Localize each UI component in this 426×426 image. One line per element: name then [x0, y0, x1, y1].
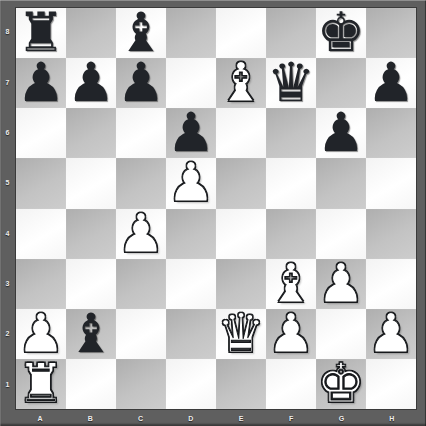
file-label-f: F	[266, 413, 316, 424]
square-f6[interactable]	[266, 108, 316, 158]
white-pawn[interactable]: ♟	[117, 209, 165, 259]
file-label-c: C	[116, 413, 166, 424]
white-rook[interactable]: ♜	[17, 359, 65, 409]
black-pawn[interactable]: ♟	[17, 58, 65, 108]
white-pawn[interactable]: ♟	[167, 158, 215, 208]
black-pawn[interactable]: ♟	[117, 58, 165, 108]
square-a1[interactable]: ♜	[16, 359, 66, 409]
square-d5[interactable]: ♟	[166, 158, 216, 208]
square-c3[interactable]	[116, 259, 166, 309]
square-a7[interactable]: ♟	[16, 58, 66, 108]
file-label-h: H	[367, 413, 417, 424]
black-king[interactable]: ♚	[317, 8, 365, 58]
square-a6[interactable]	[16, 108, 66, 158]
square-f5[interactable]	[266, 158, 316, 208]
square-e7[interactable]: ♝	[216, 58, 266, 108]
rank-label-3: 3	[1, 279, 14, 289]
square-c7[interactable]: ♟	[116, 58, 166, 108]
square-g6[interactable]: ♟	[316, 108, 366, 158]
rank-label-6: 6	[1, 128, 14, 138]
square-d8[interactable]	[166, 8, 216, 58]
square-g5[interactable]	[316, 158, 366, 208]
black-bishop[interactable]: ♝	[67, 309, 115, 359]
white-pawn[interactable]: ♟	[367, 309, 415, 359]
square-h4[interactable]	[366, 209, 416, 259]
square-g3[interactable]: ♟	[316, 259, 366, 309]
square-b2[interactable]: ♝	[66, 309, 116, 359]
file-label-d: D	[166, 413, 216, 424]
square-h6[interactable]	[366, 108, 416, 158]
square-f7[interactable]: ♛	[266, 58, 316, 108]
square-c5[interactable]	[116, 158, 166, 208]
rank-label-4: 4	[1, 229, 14, 239]
white-king[interactable]: ♚	[317, 359, 365, 409]
white-pawn[interactable]: ♟	[267, 309, 315, 359]
square-c2[interactable]	[116, 309, 166, 359]
black-pawn[interactable]: ♟	[367, 58, 415, 108]
square-h1[interactable]	[366, 359, 416, 409]
file-label-g: G	[317, 413, 367, 424]
square-b5[interactable]	[66, 158, 116, 208]
rank-label-5: 5	[1, 178, 14, 188]
square-h2[interactable]: ♟	[366, 309, 416, 359]
square-e4[interactable]	[216, 209, 266, 259]
square-c4[interactable]: ♟	[116, 209, 166, 259]
square-b7[interactable]: ♟	[66, 58, 116, 108]
square-b4[interactable]	[66, 209, 116, 259]
file-label-a: A	[15, 413, 65, 424]
square-d4[interactable]	[166, 209, 216, 259]
square-e1[interactable]	[216, 359, 266, 409]
square-e2[interactable]: ♛	[216, 309, 266, 359]
square-c6[interactable]	[116, 108, 166, 158]
black-queen[interactable]: ♛	[267, 58, 315, 108]
black-pawn[interactable]: ♟	[317, 108, 365, 158]
square-c1[interactable]	[116, 359, 166, 409]
file-label-b: B	[65, 413, 115, 424]
rank-label-8: 8	[1, 27, 14, 37]
square-f2[interactable]: ♟	[266, 309, 316, 359]
square-d2[interactable]	[166, 309, 216, 359]
square-d1[interactable]	[166, 359, 216, 409]
white-queen[interactable]: ♛	[217, 309, 265, 359]
rank-label-2: 2	[1, 329, 14, 339]
chess-board-frame: ♜♝♚♟♟♟♝♛♟♟♟♟♟♝♟♟♝♛♟♟♜♚ 87654321 ABCDEFGH	[0, 0, 426, 426]
white-bishop[interactable]: ♝	[217, 58, 265, 108]
square-b1[interactable]	[66, 359, 116, 409]
square-e5[interactable]	[216, 158, 266, 208]
rank-label-1: 1	[1, 380, 14, 390]
white-pawn[interactable]: ♟	[317, 259, 365, 309]
file-label-e: E	[216, 413, 266, 424]
square-b6[interactable]	[66, 108, 116, 158]
square-h7[interactable]: ♟	[366, 58, 416, 108]
square-a5[interactable]	[16, 158, 66, 208]
chess-board: ♜♝♚♟♟♟♝♛♟♟♟♟♟♝♟♟♝♛♟♟♜♚	[15, 7, 417, 410]
square-h5[interactable]	[366, 158, 416, 208]
square-f1[interactable]	[266, 359, 316, 409]
square-a4[interactable]	[16, 209, 66, 259]
rank-label-7: 7	[1, 78, 14, 88]
black-pawn[interactable]: ♟	[67, 58, 115, 108]
square-g8[interactable]: ♚	[316, 8, 366, 58]
square-d3[interactable]	[166, 259, 216, 309]
square-g1[interactable]: ♚	[316, 359, 366, 409]
square-e6[interactable]	[216, 108, 266, 158]
